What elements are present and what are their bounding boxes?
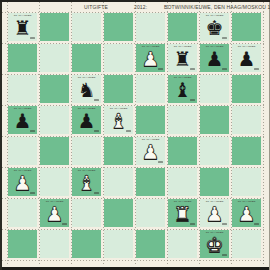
stamp-square-d3 <box>104 168 133 196</box>
stamp-square-b1 <box>40 230 69 258</box>
stamp-square-g2: ST. MAARTEN♟ <box>200 199 229 227</box>
header-segment-year: 2012: <box>134 4 147 11</box>
stamp-denomination-mark <box>158 68 163 70</box>
stamp-denomination-mark <box>190 223 195 225</box>
stamp-square-h5 <box>232 106 261 134</box>
stamp-square-b6 <box>40 75 69 103</box>
stamp-square-d2 <box>104 199 133 227</box>
stamp-denomination-mark <box>158 161 163 163</box>
stamp-square-e2 <box>136 199 165 227</box>
stamp-square-d7 <box>104 44 133 72</box>
stamp-square-b2: ST. MAARTEN♟ <box>40 199 69 227</box>
header-segment-players: BOTWINNIK/EUWE, <box>164 4 212 11</box>
stamp-square-b4 <box>40 137 69 165</box>
stamp-square-f8 <box>168 13 197 41</box>
stamp-square-e6 <box>136 75 165 103</box>
stamp-square-g6 <box>200 75 229 103</box>
stamp-square-e8 <box>136 13 165 41</box>
stamp-square-a6 <box>8 75 37 103</box>
stamp-square-a2 <box>8 199 37 227</box>
stamp-square-a1 <box>8 230 37 258</box>
stamp-square-a3: ST. MAARTEN♟ <box>8 168 37 196</box>
stamp-square-h8 <box>232 13 261 41</box>
stamp-square-f3 <box>168 168 197 196</box>
stamp-square-a7 <box>8 44 37 72</box>
chess-board-stamp-grid: ST. MAARTEN♜ST. MAARTEN♚ST. MAARTEN♟ST. … <box>8 13 261 258</box>
stamp-square-c7 <box>72 44 101 72</box>
stamp-square-e5 <box>136 106 165 134</box>
stamp-square-h1 <box>232 230 261 258</box>
stamp-square-e4: ST. MAARTEN♟ <box>136 137 165 165</box>
stamp-square-e3 <box>136 168 165 196</box>
stamp-denomination-mark <box>94 192 99 194</box>
stamp-square-h3 <box>232 168 261 196</box>
stamp-square-h4 <box>232 137 261 165</box>
stamp-square-d4 <box>104 137 133 165</box>
stamp-denomination-mark <box>190 99 195 101</box>
stamp-square-g1: ST. MAARTEN♚ <box>200 230 229 258</box>
stamp-square-c4 <box>72 137 101 165</box>
stamp-square-f1 <box>168 230 197 258</box>
stamp-square-c3: ST. MAARTEN♝ <box>72 168 101 196</box>
stamp-square-b8 <box>40 13 69 41</box>
stamp-denomination-mark <box>126 130 131 132</box>
stamp-denomination-mark <box>222 37 227 39</box>
stamp-square-g8: ST. MAARTEN♚ <box>200 13 229 41</box>
stamp-square-d5: ST. MAARTEN♝ <box>104 106 133 134</box>
stamp-square-h2: ST. MAARTEN♟ <box>232 199 261 227</box>
stamp-sheet-scan: UITGIFTE 2012: BOTWINNIK/EUWE, DEN HAAG/… <box>0 0 270 270</box>
stamp-square-c2 <box>72 199 101 227</box>
stamp-denomination-mark <box>222 68 227 70</box>
stamp-square-d1 <box>104 230 133 258</box>
stamp-square-a5: ST. MAARTEN♟ <box>8 106 37 134</box>
stamp-denomination-mark <box>30 37 35 39</box>
stamp-square-c6: ST. MAARTEN♞ <box>72 75 101 103</box>
stamp-square-h6 <box>232 75 261 103</box>
stamp-square-a8: ST. MAARTEN♜ <box>8 13 37 41</box>
stamp-denomination-mark <box>222 223 227 225</box>
stamp-square-e1 <box>136 230 165 258</box>
stamp-square-g4 <box>200 137 229 165</box>
stamp-denomination-mark <box>62 223 67 225</box>
stamp-square-c5: ST. MAARTEN♟ <box>72 106 101 134</box>
stamp-square-a4 <box>8 137 37 165</box>
stamp-square-e7: ST. MAARTEN♟ <box>136 44 165 72</box>
stamp-square-g5 <box>200 106 229 134</box>
stamp-denomination-mark <box>254 68 259 70</box>
perforation-line-horizontal <box>2 260 266 261</box>
stamp-denomination-mark <box>94 130 99 132</box>
stamp-square-f2: ST. MAARTEN♜ <box>168 199 197 227</box>
stamp-square-b3 <box>40 168 69 196</box>
stamp-square-g7: ST. MAARTEN♟ <box>200 44 229 72</box>
stamp-denomination-mark <box>254 223 259 225</box>
stamp-square-f7: ST. MAARTEN♜ <box>168 44 197 72</box>
stamp-square-c1 <box>72 230 101 258</box>
stamp-square-d8 <box>104 13 133 41</box>
stamp-denomination-mark <box>30 192 35 194</box>
stamp-square-h7: ST. MAARTEN♟ <box>232 44 261 72</box>
perforation-line-vertical <box>263 2 264 266</box>
stamp-square-b7 <box>40 44 69 72</box>
stamp-square-b5 <box>40 106 69 134</box>
stamp-denomination-mark <box>94 99 99 101</box>
header-segment-uitgifte: UITGIFTE <box>84 4 108 11</box>
stamp-square-f5 <box>168 106 197 134</box>
stamp-square-d6 <box>104 75 133 103</box>
stamp-square-c8 <box>72 13 101 41</box>
stamp-square-g3 <box>200 168 229 196</box>
stamp-square-f4 <box>168 137 197 165</box>
stamp-square-f6: ST. MAARTEN♝ <box>168 75 197 103</box>
stamp-denomination-mark <box>222 254 227 256</box>
stamp-denomination-mark <box>190 68 195 70</box>
stamp-denomination-mark <box>30 130 35 132</box>
